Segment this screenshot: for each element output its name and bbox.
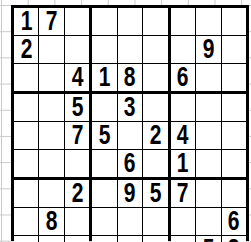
cell-r4c7[interactable] [171, 94, 195, 121]
cell-r8c5[interactable] [118, 208, 142, 235]
cell-r5c7[interactable]: 4 [171, 122, 195, 149]
cell-r3c1[interactable] [14, 64, 38, 91]
cell-r9c5[interactable] [118, 236, 142, 242]
given-digit: 4 [71, 64, 83, 91]
cell-r9c7[interactable] [171, 236, 195, 242]
cell-r6c6[interactable] [143, 150, 167, 177]
cell-r5c5[interactable] [118, 122, 142, 149]
cell-r2c8[interactable]: 9 [196, 36, 220, 63]
given-digit: 8 [228, 236, 240, 242]
cell-r5c8[interactable] [196, 122, 220, 149]
cell-r4c5[interactable]: 3 [118, 94, 142, 121]
cell-r7c3[interactable]: 2 [65, 180, 89, 207]
cell-r4c8[interactable] [196, 94, 220, 121]
cell-r8c4[interactable] [92, 208, 116, 235]
cell-r1c6[interactable] [143, 8, 167, 35]
sudoku-box-2-3: 41 [171, 94, 246, 177]
cell-r7c1[interactable] [14, 180, 38, 207]
given-digit: 9 [202, 36, 214, 63]
cell-r4c1[interactable] [14, 94, 38, 121]
given-digit: 5 [150, 180, 162, 207]
cell-r3c8[interactable] [196, 64, 220, 91]
given-digit: 6 [228, 208, 240, 235]
cell-r2c7[interactable] [171, 36, 195, 63]
cell-r6c1[interactable] [14, 150, 38, 177]
sudoku-box-3-3: 7658 [171, 180, 246, 242]
cell-r1c1[interactable]: 1 [14, 8, 38, 35]
cell-r8c1[interactable] [14, 208, 38, 235]
cell-r9c1[interactable] [14, 236, 38, 242]
cell-r5c2[interactable] [39, 122, 63, 149]
sudoku-box-1-3: 96 [171, 8, 246, 91]
cell-r8c2[interactable]: 8 [39, 208, 63, 235]
cell-r4c6[interactable] [143, 94, 167, 121]
cell-r8c6[interactable] [143, 208, 167, 235]
cell-r8c8[interactable] [196, 208, 220, 235]
given-digit: 2 [71, 180, 83, 207]
cell-r3c2[interactable] [39, 64, 63, 91]
given-digit: 2 [20, 36, 32, 63]
cell-r8c7[interactable] [171, 208, 195, 235]
cell-r9c8[interactable]: 5 [196, 236, 220, 242]
given-digit: 6 [124, 150, 136, 177]
cell-r6c3[interactable] [65, 150, 89, 177]
cell-r7c6[interactable]: 5 [143, 180, 167, 207]
cell-r3c3[interactable]: 4 [65, 64, 89, 91]
given-digit: 3 [124, 94, 136, 121]
cell-r9c2[interactable] [39, 236, 63, 242]
cell-r6c7[interactable]: 1 [171, 150, 195, 177]
cell-r3c7[interactable]: 6 [171, 64, 195, 91]
given-digit: 4 [177, 122, 189, 149]
cell-r2c6[interactable] [143, 36, 167, 63]
sudoku-box-2-1: 57 [14, 94, 89, 177]
sudoku-box-3-2: 95 [92, 180, 167, 242]
cell-r3c4[interactable]: 1 [92, 64, 116, 91]
cell-r1c7[interactable] [171, 8, 195, 35]
cell-r6c4[interactable] [92, 150, 116, 177]
cell-r5c9[interactable] [222, 122, 246, 149]
cell-r1c4[interactable] [92, 8, 116, 35]
cell-r6c5[interactable]: 6 [118, 150, 142, 177]
cell-r5c4[interactable]: 5 [92, 122, 116, 149]
cell-r7c5[interactable]: 9 [118, 180, 142, 207]
cell-r1c2[interactable]: 7 [39, 8, 63, 35]
cell-r4c3[interactable]: 5 [65, 94, 89, 121]
given-digit: 7 [177, 180, 189, 207]
given-digit: 8 [124, 64, 136, 91]
cell-r1c5[interactable] [118, 8, 142, 35]
cell-r7c8[interactable] [196, 180, 220, 207]
sudoku-box-1-1: 1724 [14, 8, 89, 91]
cell-r1c9[interactable] [222, 8, 246, 35]
cell-r1c3[interactable] [65, 8, 89, 35]
given-digit: 5 [99, 122, 111, 149]
cell-r7c9[interactable] [222, 180, 246, 207]
cell-r2c4[interactable] [92, 36, 116, 63]
sudoku-board: 172418965735264128957658 [11, 5, 249, 241]
given-digit: 7 [71, 122, 83, 149]
cell-r3c5[interactable]: 8 [118, 64, 142, 91]
given-digit: 5 [71, 94, 83, 121]
given-digit: 1 [99, 64, 111, 91]
cell-r9c3[interactable] [65, 236, 89, 242]
given-digit: 8 [46, 208, 58, 235]
cell-r3c9[interactable] [222, 64, 246, 91]
cell-r8c3[interactable] [65, 208, 89, 235]
cell-r4c4[interactable] [92, 94, 116, 121]
sudoku-box-2-2: 3526 [92, 94, 167, 177]
cell-r8c9[interactable]: 6 [222, 208, 246, 235]
cell-r2c3[interactable] [65, 36, 89, 63]
cell-r1c8[interactable] [196, 8, 220, 35]
sudoku-box-1-2: 18 [92, 8, 167, 91]
sudoku-screenshot: 172418965735264128957658 [0, 0, 251, 242]
given-digit: 9 [124, 180, 136, 207]
cell-r4c9[interactable] [222, 94, 246, 121]
cell-r5c1[interactable] [14, 122, 38, 149]
cell-r2c5[interactable] [118, 36, 142, 63]
cell-r9c6[interactable] [143, 236, 167, 242]
cell-r2c2[interactable] [39, 36, 63, 63]
cell-r3c6[interactable] [143, 64, 167, 91]
cell-r9c4[interactable] [92, 236, 116, 242]
cell-r6c8[interactable] [196, 150, 220, 177]
cell-r2c1[interactable]: 2 [14, 36, 38, 63]
cell-r4c2[interactable] [39, 94, 63, 121]
cell-r9c9[interactable]: 8 [222, 236, 246, 242]
cell-r5c6[interactable]: 2 [143, 122, 167, 149]
cell-r6c2[interactable] [39, 150, 63, 177]
given-digit: 2 [150, 122, 162, 149]
cell-r7c2[interactable] [39, 180, 63, 207]
cell-r2c9[interactable] [222, 36, 246, 63]
cell-r7c4[interactable] [92, 180, 116, 207]
given-digit: 6 [177, 64, 189, 91]
given-digit: 1 [177, 150, 189, 177]
cell-r7c7[interactable]: 7 [171, 180, 195, 207]
cell-r6c9[interactable] [222, 150, 246, 177]
given-digit: 7 [46, 8, 58, 35]
given-digit: 5 [202, 236, 214, 242]
given-digit: 1 [20, 8, 32, 35]
sudoku-box-3-1: 28 [14, 180, 89, 242]
cell-r5c3[interactable]: 7 [65, 122, 89, 149]
